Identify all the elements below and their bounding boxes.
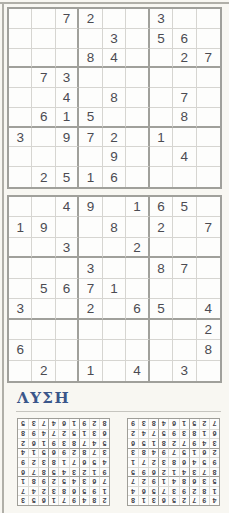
sudoku-cell: 6 bbox=[138, 486, 148, 496]
sudoku-cell: 3 bbox=[38, 457, 48, 467]
sudoku-cell: 8 bbox=[158, 438, 168, 448]
sudoku-cell: 5 bbox=[32, 279, 55, 299]
sudoku-cell: 8 bbox=[197, 340, 220, 360]
sudoku-cell bbox=[79, 320, 102, 340]
sudoku-cell: 4 bbox=[48, 419, 58, 429]
sudoku-cell: 5 bbox=[189, 419, 199, 429]
sudoku-cell: 5 bbox=[89, 457, 99, 467]
sudoku-cell bbox=[173, 167, 196, 187]
sudoku-cell: 7 bbox=[32, 68, 55, 88]
sudoku-cell: 9 bbox=[199, 495, 209, 505]
sudoku-cell: 7 bbox=[58, 495, 68, 505]
sudoku-cell bbox=[126, 217, 149, 237]
sudoku-cell bbox=[9, 258, 32, 278]
sudoku-cell: 9 bbox=[89, 486, 99, 496]
sudoku-cell: 1 bbox=[58, 457, 68, 467]
solution-heading-rule bbox=[16, 411, 221, 412]
sudoku-cell bbox=[103, 68, 126, 88]
sudoku-cell bbox=[79, 88, 102, 108]
sudoku-cell bbox=[32, 147, 55, 167]
sudoku-cell: 6 bbox=[128, 438, 138, 448]
sudoku-cell: 1 bbox=[189, 448, 199, 458]
sudoku-cell bbox=[9, 29, 32, 49]
sudoku-cell: 2 bbox=[199, 419, 209, 429]
sudoku-cell: 2 bbox=[103, 128, 126, 148]
sudoku-cell: 7 bbox=[189, 495, 199, 505]
sudoku-cell: 2 bbox=[69, 448, 79, 458]
sudoku-cell: 6 bbox=[209, 429, 219, 439]
sudoku-cell: 8 bbox=[28, 476, 38, 486]
sudoku-cell: 6 bbox=[79, 457, 89, 467]
sudoku-cell: 5 bbox=[148, 486, 158, 496]
sudoku-cell bbox=[126, 88, 149, 108]
sudoku-cell bbox=[56, 361, 79, 381]
sudoku-cell: 9 bbox=[18, 457, 28, 467]
sudoku-cell bbox=[126, 147, 149, 167]
sudoku-cell: 9 bbox=[99, 467, 109, 477]
sudoku-cell bbox=[56, 258, 79, 278]
sudoku-cell: 2 bbox=[126, 238, 149, 258]
sudoku-cell bbox=[9, 9, 32, 29]
sudoku-cell: 8 bbox=[103, 217, 126, 237]
sudoku-cell: 2 bbox=[38, 486, 48, 496]
sudoku-cell: 7 bbox=[18, 486, 28, 496]
sudoku-cell: 8 bbox=[18, 429, 28, 439]
sudoku-cell: 7 bbox=[199, 467, 209, 477]
sudoku-cell bbox=[103, 361, 126, 381]
sudoku-cell: 9 bbox=[79, 419, 89, 429]
sudoku-cell: 9 bbox=[58, 448, 68, 458]
sudoku-cell bbox=[79, 68, 102, 88]
sudoku-cell: 5 bbox=[99, 438, 109, 448]
sudoku-cell: 8 bbox=[38, 467, 48, 477]
sudoku-cell: 4 bbox=[56, 88, 79, 108]
sudoku-cell bbox=[103, 299, 126, 319]
sudoku-cell bbox=[126, 167, 149, 187]
sudoku-puzzle-top: 723356842773487615839721942516 bbox=[7, 7, 222, 189]
sudoku-cell bbox=[197, 29, 220, 49]
sudoku-cell: 6 bbox=[173, 29, 196, 49]
sudoku-cell: 1 bbox=[209, 486, 219, 496]
sudoku-cell: 1 bbox=[126, 197, 149, 217]
sudoku-cell bbox=[173, 340, 196, 360]
sudoku-cell: 2 bbox=[32, 361, 55, 381]
sudoku-cell: 5 bbox=[79, 108, 102, 128]
sudoku-cell: 7 bbox=[79, 438, 89, 448]
sudoku-cell bbox=[126, 9, 149, 29]
sudoku-cell bbox=[173, 238, 196, 258]
sudoku-cell: 2 bbox=[28, 457, 38, 467]
sudoku-cell: 6 bbox=[179, 457, 189, 467]
sudoku-cell: 2 bbox=[209, 448, 219, 458]
sudoku-cell: 3 bbox=[189, 467, 199, 477]
sudoku-cell: 6 bbox=[32, 108, 55, 128]
sudoku-cell: 4 bbox=[138, 429, 148, 439]
sudoku-cell bbox=[9, 88, 32, 108]
sudoku-cell: 9 bbox=[189, 438, 199, 448]
sudoku-cell: 2 bbox=[58, 429, 68, 439]
sudoku-cell: 9 bbox=[158, 448, 168, 458]
sudoku-cell bbox=[32, 238, 55, 258]
sudoku-cell: 2 bbox=[189, 486, 199, 496]
sudoku-cell: 6 bbox=[58, 419, 68, 429]
sudoku-cell: 6 bbox=[158, 495, 168, 505]
sudoku-cell: 4 bbox=[89, 438, 99, 448]
solution-heading: ΛΥΣΗ bbox=[17, 389, 70, 407]
sudoku-cell bbox=[197, 128, 220, 148]
sudoku-cell: 1 bbox=[148, 438, 158, 448]
sudoku-cell bbox=[126, 108, 149, 128]
sudoku-cell: 4 bbox=[173, 147, 196, 167]
sudoku-cell: 1 bbox=[128, 457, 138, 467]
sudoku-cell: 7 bbox=[128, 476, 138, 486]
sudoku-cell bbox=[103, 108, 126, 128]
sudoku-cell: 1 bbox=[179, 419, 189, 429]
sudoku-cell bbox=[150, 340, 173, 360]
sudoku-cell: 1 bbox=[38, 438, 48, 448]
sudoku-cell: 4 bbox=[158, 419, 168, 429]
sudoku-cell: 7 bbox=[209, 419, 219, 429]
sudoku-cell: 5 bbox=[168, 495, 178, 505]
sudoku-cell: 5 bbox=[79, 486, 89, 496]
sudoku-cell bbox=[150, 147, 173, 167]
sudoku-cell: 4 bbox=[99, 457, 109, 467]
sudoku-cell: 7 bbox=[138, 457, 148, 467]
sudoku-cell bbox=[32, 197, 55, 217]
sudoku-cell: 7 bbox=[99, 476, 109, 486]
sudoku-cell: 7 bbox=[197, 49, 220, 69]
sudoku-cell bbox=[32, 258, 55, 278]
sudoku-cell: 1 bbox=[79, 429, 89, 439]
sudoku-cell: 5 bbox=[138, 438, 148, 448]
sudoku-cell bbox=[197, 88, 220, 108]
sudoku-cell bbox=[197, 167, 220, 187]
sudoku-cell: 8 bbox=[103, 88, 126, 108]
sudoku-cell: 4 bbox=[148, 448, 158, 458]
sudoku-cell: 3 bbox=[103, 29, 126, 49]
sudoku-cell: 6 bbox=[150, 197, 173, 217]
page-frame-top bbox=[0, 2, 229, 4]
sudoku-cell: 8 bbox=[99, 419, 109, 429]
sudoku-cell bbox=[197, 9, 220, 29]
sudoku-cell: 2 bbox=[32, 167, 55, 187]
sudoku-cell: 2 bbox=[79, 299, 102, 319]
sudoku-cell: 1 bbox=[99, 486, 109, 496]
sudoku-cell: 1 bbox=[103, 279, 126, 299]
sudoku-cell: 5 bbox=[150, 29, 173, 49]
sudoku-cell: 7 bbox=[173, 258, 196, 278]
page-frame-left bbox=[2, 2, 4, 513]
sudoku-cell: 8 bbox=[148, 419, 158, 429]
sudoku-cell bbox=[126, 340, 149, 360]
sudoku-cell: 3 bbox=[179, 429, 189, 439]
sudoku-cell: 8 bbox=[89, 495, 99, 505]
sudoku-cell bbox=[150, 320, 173, 340]
sudoku-cell: 9 bbox=[56, 128, 79, 148]
sudoku-cell bbox=[32, 9, 55, 29]
sudoku-cell: 6 bbox=[168, 419, 178, 429]
sudoku-cell: 4 bbox=[79, 495, 89, 505]
sudoku-cell bbox=[9, 320, 32, 340]
sudoku-cell: 8 bbox=[199, 486, 209, 496]
sudoku-cell bbox=[197, 361, 220, 381]
sudoku-cell: 4 bbox=[199, 438, 209, 448]
sudoku-cell: 1 bbox=[158, 476, 168, 486]
sudoku-cell: 3 bbox=[138, 419, 148, 429]
sudoku-cell: 2 bbox=[99, 495, 109, 505]
sudoku-cell: 3 bbox=[79, 476, 89, 486]
sudoku-cell: 7 bbox=[48, 429, 58, 439]
sudoku-cell: 2 bbox=[197, 320, 220, 340]
sudoku-cell: 6 bbox=[99, 429, 109, 439]
sudoku-cell: 4 bbox=[179, 467, 189, 477]
sudoku-cell: 2 bbox=[128, 429, 138, 439]
sudoku-cell bbox=[56, 299, 79, 319]
sudoku-cell bbox=[126, 320, 149, 340]
sudoku-cell: 7 bbox=[168, 448, 178, 458]
sudoku-cell: 8 bbox=[58, 486, 68, 496]
sudoku-cell bbox=[103, 197, 126, 217]
sudoku-cell bbox=[32, 88, 55, 108]
sudoku-cell bbox=[103, 258, 126, 278]
sudoku-cell: 4 bbox=[69, 476, 79, 486]
sudoku-cell: 8 bbox=[179, 476, 189, 486]
sudoku-cell: 7 bbox=[79, 279, 102, 299]
sudoku-cell: 6 bbox=[126, 299, 149, 319]
sudoku-cell bbox=[103, 340, 126, 360]
sudoku-cell: 2 bbox=[18, 438, 28, 448]
sudoku-cell bbox=[9, 167, 32, 187]
sudoku-cell bbox=[173, 9, 196, 29]
sudoku-cell: 1 bbox=[79, 167, 102, 187]
sudoku-cell: 5 bbox=[158, 429, 168, 439]
sudoku-cell: 9 bbox=[48, 438, 58, 448]
sudoku-cell: 3 bbox=[158, 457, 168, 467]
sudoku-cell bbox=[197, 258, 220, 278]
sudoku-cell: 3 bbox=[148, 495, 158, 505]
sudoku-cell bbox=[173, 279, 196, 299]
sudoku-cell: 5 bbox=[128, 467, 138, 477]
sudoku-cell bbox=[56, 29, 79, 49]
sudoku-cell: 7 bbox=[38, 419, 48, 429]
sudoku-cell: 9 bbox=[69, 495, 79, 505]
sudoku-cell: 3 bbox=[173, 361, 196, 381]
sudoku-cell: 5 bbox=[28, 495, 38, 505]
sudoku-cell: 1 bbox=[56, 108, 79, 128]
sudoku-cell: 3 bbox=[89, 429, 99, 439]
sudoku-cell bbox=[103, 9, 126, 29]
sudoku-cell bbox=[32, 29, 55, 49]
sudoku-cell bbox=[150, 361, 173, 381]
sudoku-cell: 4 bbox=[58, 467, 68, 477]
sudoku-cell: 7 bbox=[28, 467, 38, 477]
sudoku-cell bbox=[56, 49, 79, 69]
sudoku-cell: 9 bbox=[168, 429, 178, 439]
sudoku-cell: 8 bbox=[173, 108, 196, 128]
sudoku-cell bbox=[32, 320, 55, 340]
sudoku-cell: 9 bbox=[209, 457, 219, 467]
sudoku-cell: 9 bbox=[148, 476, 158, 486]
sudoku-cell: 1 bbox=[28, 448, 38, 458]
sudoku-cell: 8 bbox=[150, 258, 173, 278]
sudoku-cell: 5 bbox=[173, 197, 196, 217]
sudoku-cell: 3 bbox=[28, 419, 38, 429]
sudoku-cell bbox=[173, 128, 196, 148]
sudoku-cell bbox=[9, 108, 32, 128]
sudoku-cell bbox=[9, 279, 32, 299]
sudoku-cell: 9 bbox=[138, 467, 148, 477]
sudoku-cell bbox=[197, 279, 220, 299]
sudoku-cell: 4 bbox=[126, 361, 149, 381]
sudoku-cell bbox=[103, 238, 126, 258]
sudoku-cell: 7 bbox=[89, 448, 99, 458]
sudoku-cell bbox=[32, 128, 55, 148]
sudoku-cell: 6 bbox=[56, 279, 79, 299]
sudoku-puzzle-bottom: 4916519827323875671326542682143 bbox=[7, 195, 222, 383]
sudoku-cell: 2 bbox=[173, 49, 196, 69]
sudoku-cell: 3 bbox=[48, 486, 58, 496]
sudoku-cell: 9 bbox=[128, 419, 138, 429]
sudoku-cell: 2 bbox=[79, 9, 102, 29]
sudoku-cell bbox=[32, 340, 55, 360]
sudoku-cell: 8 bbox=[79, 49, 102, 69]
sudoku-cell bbox=[126, 258, 149, 278]
sudoku-cell: 1 bbox=[48, 495, 58, 505]
sudoku-cell: 8 bbox=[128, 495, 138, 505]
sudoku-cell: 2 bbox=[179, 495, 189, 505]
sudoku-cell bbox=[9, 238, 32, 258]
sudoku-cell bbox=[32, 299, 55, 319]
sudoku-cell bbox=[173, 320, 196, 340]
sudoku-cell bbox=[103, 320, 126, 340]
sudoku-cell: 2 bbox=[158, 467, 168, 477]
sudoku-cell bbox=[126, 68, 149, 88]
sudoku-cell: 7 bbox=[56, 9, 79, 29]
sudoku-cell bbox=[197, 147, 220, 167]
sudoku-cell: 7 bbox=[173, 88, 196, 108]
sudoku-cell bbox=[9, 197, 32, 217]
sudoku-cell bbox=[126, 279, 149, 299]
sudoku-cell: 3 bbox=[56, 68, 79, 88]
sudoku-cell: 7 bbox=[197, 217, 220, 237]
sudoku-cell: 2 bbox=[148, 457, 158, 467]
sudoku-cell: 5 bbox=[38, 448, 48, 458]
sudoku-cell: 3 bbox=[168, 486, 178, 496]
solution-grid-left-rotated-180: 2849716531956832477634529819123458764567… bbox=[17, 418, 110, 506]
sudoku-cell: 3 bbox=[199, 476, 209, 486]
sudoku-cell: 3 bbox=[150, 9, 173, 29]
sudoku-cell: 5 bbox=[58, 476, 68, 486]
sudoku-cell: 6 bbox=[148, 467, 158, 477]
sudoku-cell bbox=[56, 320, 79, 340]
sudoku-cell: 8 bbox=[69, 438, 79, 448]
sudoku-cell: 6 bbox=[69, 486, 79, 496]
sudoku-cell: 3 bbox=[209, 438, 219, 448]
sudoku-cell bbox=[79, 238, 102, 258]
sudoku-cell: 5 bbox=[48, 467, 58, 477]
sudoku-cell bbox=[197, 108, 220, 128]
sudoku-cell: 9 bbox=[28, 429, 38, 439]
sudoku-cell: 6 bbox=[48, 448, 58, 458]
sudoku-cell: 1 bbox=[89, 467, 99, 477]
sudoku-cell: 8 bbox=[189, 429, 199, 439]
sudoku-cell: 2 bbox=[168, 438, 178, 448]
sudoku-cell: 6 bbox=[9, 340, 32, 360]
sudoku-cell bbox=[79, 147, 102, 167]
sudoku-cell bbox=[9, 49, 32, 69]
sudoku-cell bbox=[150, 108, 173, 128]
sudoku-cell: 7 bbox=[179, 438, 189, 448]
sudoku-cell: 4 bbox=[189, 457, 199, 467]
sudoku-cell bbox=[9, 147, 32, 167]
sudoku-cell bbox=[126, 128, 149, 148]
sudoku-cell: 6 bbox=[89, 476, 99, 486]
sudoku-cell: 2 bbox=[79, 467, 89, 477]
sudoku-cell bbox=[79, 29, 102, 49]
sudoku-cell: 4 bbox=[103, 49, 126, 69]
sudoku-cell: 1 bbox=[69, 419, 79, 429]
sudoku-cell: 4 bbox=[18, 448, 28, 458]
sudoku-cell: 9 bbox=[38, 476, 48, 486]
sudoku-cell: 9 bbox=[179, 486, 189, 496]
sudoku-cell: 8 bbox=[209, 467, 219, 477]
sudoku-cell bbox=[9, 68, 32, 88]
sudoku-cell: 4 bbox=[56, 197, 79, 217]
sudoku-cell: 3 bbox=[9, 299, 32, 319]
sudoku-cell bbox=[126, 29, 149, 49]
sudoku-cell: 1 bbox=[18, 476, 28, 486]
sudoku-cell bbox=[150, 238, 173, 258]
sudoku-cell: 8 bbox=[138, 448, 148, 458]
sudoku-cell: 1 bbox=[199, 429, 209, 439]
sudoku-cell: 8 bbox=[168, 457, 178, 467]
sudoku-cell: 3 bbox=[79, 258, 102, 278]
sudoku-cell: 7 bbox=[79, 128, 102, 148]
sudoku-cell: 1 bbox=[150, 128, 173, 148]
sudoku-cell: 4 bbox=[28, 486, 38, 496]
sudoku-cell bbox=[56, 217, 79, 237]
sudoku-cell: 3 bbox=[58, 438, 68, 448]
sudoku-cell: 3 bbox=[56, 238, 79, 258]
sudoku-cell: 6 bbox=[38, 495, 48, 505]
sudoku-cell: 4 bbox=[168, 476, 178, 486]
sudoku-cell bbox=[79, 217, 102, 237]
sudoku-cell: 4 bbox=[128, 486, 138, 496]
sudoku-cell bbox=[126, 49, 149, 69]
sudoku-cell: 2 bbox=[89, 419, 99, 429]
sudoku-cell: 5 bbox=[209, 476, 219, 486]
sudoku-cell: 1 bbox=[9, 217, 32, 237]
sudoku-cell bbox=[150, 49, 173, 69]
sudoku-cell: 6 bbox=[103, 167, 126, 187]
sudoku-cell bbox=[173, 299, 196, 319]
sudoku-cell: 5 bbox=[18, 419, 28, 429]
sudoku-cell: 1 bbox=[138, 495, 148, 505]
sudoku-cell: 2 bbox=[150, 217, 173, 237]
sudoku-cell bbox=[150, 88, 173, 108]
sudoku-cell: 9 bbox=[32, 217, 55, 237]
sudoku-cell: 3 bbox=[128, 448, 138, 458]
sudoku-cell bbox=[56, 147, 79, 167]
sudoku-cell bbox=[150, 68, 173, 88]
sudoku-cell: 9 bbox=[79, 197, 102, 217]
sudoku-cell: 5 bbox=[150, 299, 173, 319]
sudoku-cell bbox=[197, 68, 220, 88]
solution-grid-right-rotated-180: 4972563181829375645368419278734126959546… bbox=[127, 418, 220, 506]
sudoku-cell bbox=[56, 340, 79, 360]
sudoku-cell: 4 bbox=[197, 299, 220, 319]
sudoku-cell: 5 bbox=[199, 457, 209, 467]
